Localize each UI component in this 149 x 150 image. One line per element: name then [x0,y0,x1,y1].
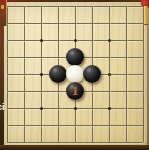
star-point [40,39,43,42]
board-frame-top [0,0,149,2]
star-point [74,39,77,42]
white-stone [66,65,84,83]
star-point [40,107,43,110]
black-stone [83,65,101,83]
star-point [40,73,43,76]
black-stone [66,48,84,66]
go-board[interactable]: 1 ci [0,0,149,150]
grid-line-horizontal [7,142,143,143]
gold-dot-icon [1,5,4,9]
star-point [108,39,111,42]
left-edge-partial-text: ci [0,102,5,112]
star-point [108,107,111,110]
grid-line-vertical [126,6,127,142]
black-stone: 1 [66,82,84,100]
star-point [108,73,111,76]
grid-line-vertical [143,6,144,142]
corner-ornament-top-left-icon [0,0,7,26]
star-point [74,107,77,110]
move-number-label: 1 [71,85,79,96]
board-frame-bottom [0,145,149,150]
black-stone [49,65,67,83]
grid-line-horizontal [7,125,143,126]
